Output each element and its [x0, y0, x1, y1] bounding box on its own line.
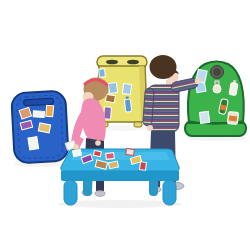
- card-plastic-film: [122, 84, 131, 95]
- table-apron: [61, 171, 179, 181]
- table-card-tan-envelope: [108, 161, 118, 169]
- light-bulb-cap: [215, 81, 219, 85]
- table-card-red-white: [126, 148, 135, 155]
- girl-left-hand: [95, 140, 101, 146]
- card-folded-paper: [33, 111, 44, 118]
- yellow-bin-hole-right: [127, 60, 139, 65]
- table-front-leg-left: [64, 180, 77, 205]
- girl-right-hand: [73, 144, 79, 150]
- blue-table: [61, 148, 179, 205]
- card-drinking-glass: [199, 111, 209, 123]
- table-front-leg-right: [163, 180, 176, 205]
- green-glass-bin: [185, 61, 246, 136]
- yellow-bin-hole-left: [106, 60, 118, 65]
- card-juice-carton: [46, 105, 54, 117]
- yellow-bin-foot-right: [134, 122, 142, 127]
- girl-shoe-right: [95, 191, 105, 197]
- boy-right-hand: [195, 78, 201, 84]
- blue-bin-slot: [24, 98, 54, 106]
- card-torn-bag: [105, 94, 115, 102]
- blue-paper-bin: [11, 91, 69, 164]
- card-newspaper: [28, 137, 39, 150]
- product-photo-recycling-game: [0, 0, 250, 250]
- green-bin-opening-inner: [213, 68, 221, 76]
- card-jar: [227, 112, 238, 125]
- table-card-red-bottle: [140, 162, 147, 171]
- jar-label: [229, 116, 237, 122]
- boy-hair: [150, 55, 177, 79]
- boy-left-hand: [147, 125, 153, 131]
- scene-illustration: [0, 0, 250, 250]
- table-card-white: [72, 149, 81, 157]
- card-envelope: [38, 123, 50, 133]
- card-blue-wrapper: [99, 69, 106, 77]
- card-plastic-card: [108, 82, 117, 93]
- table-card-pink-pack: [106, 153, 115, 160]
- table-card-red-can: [94, 151, 102, 157]
